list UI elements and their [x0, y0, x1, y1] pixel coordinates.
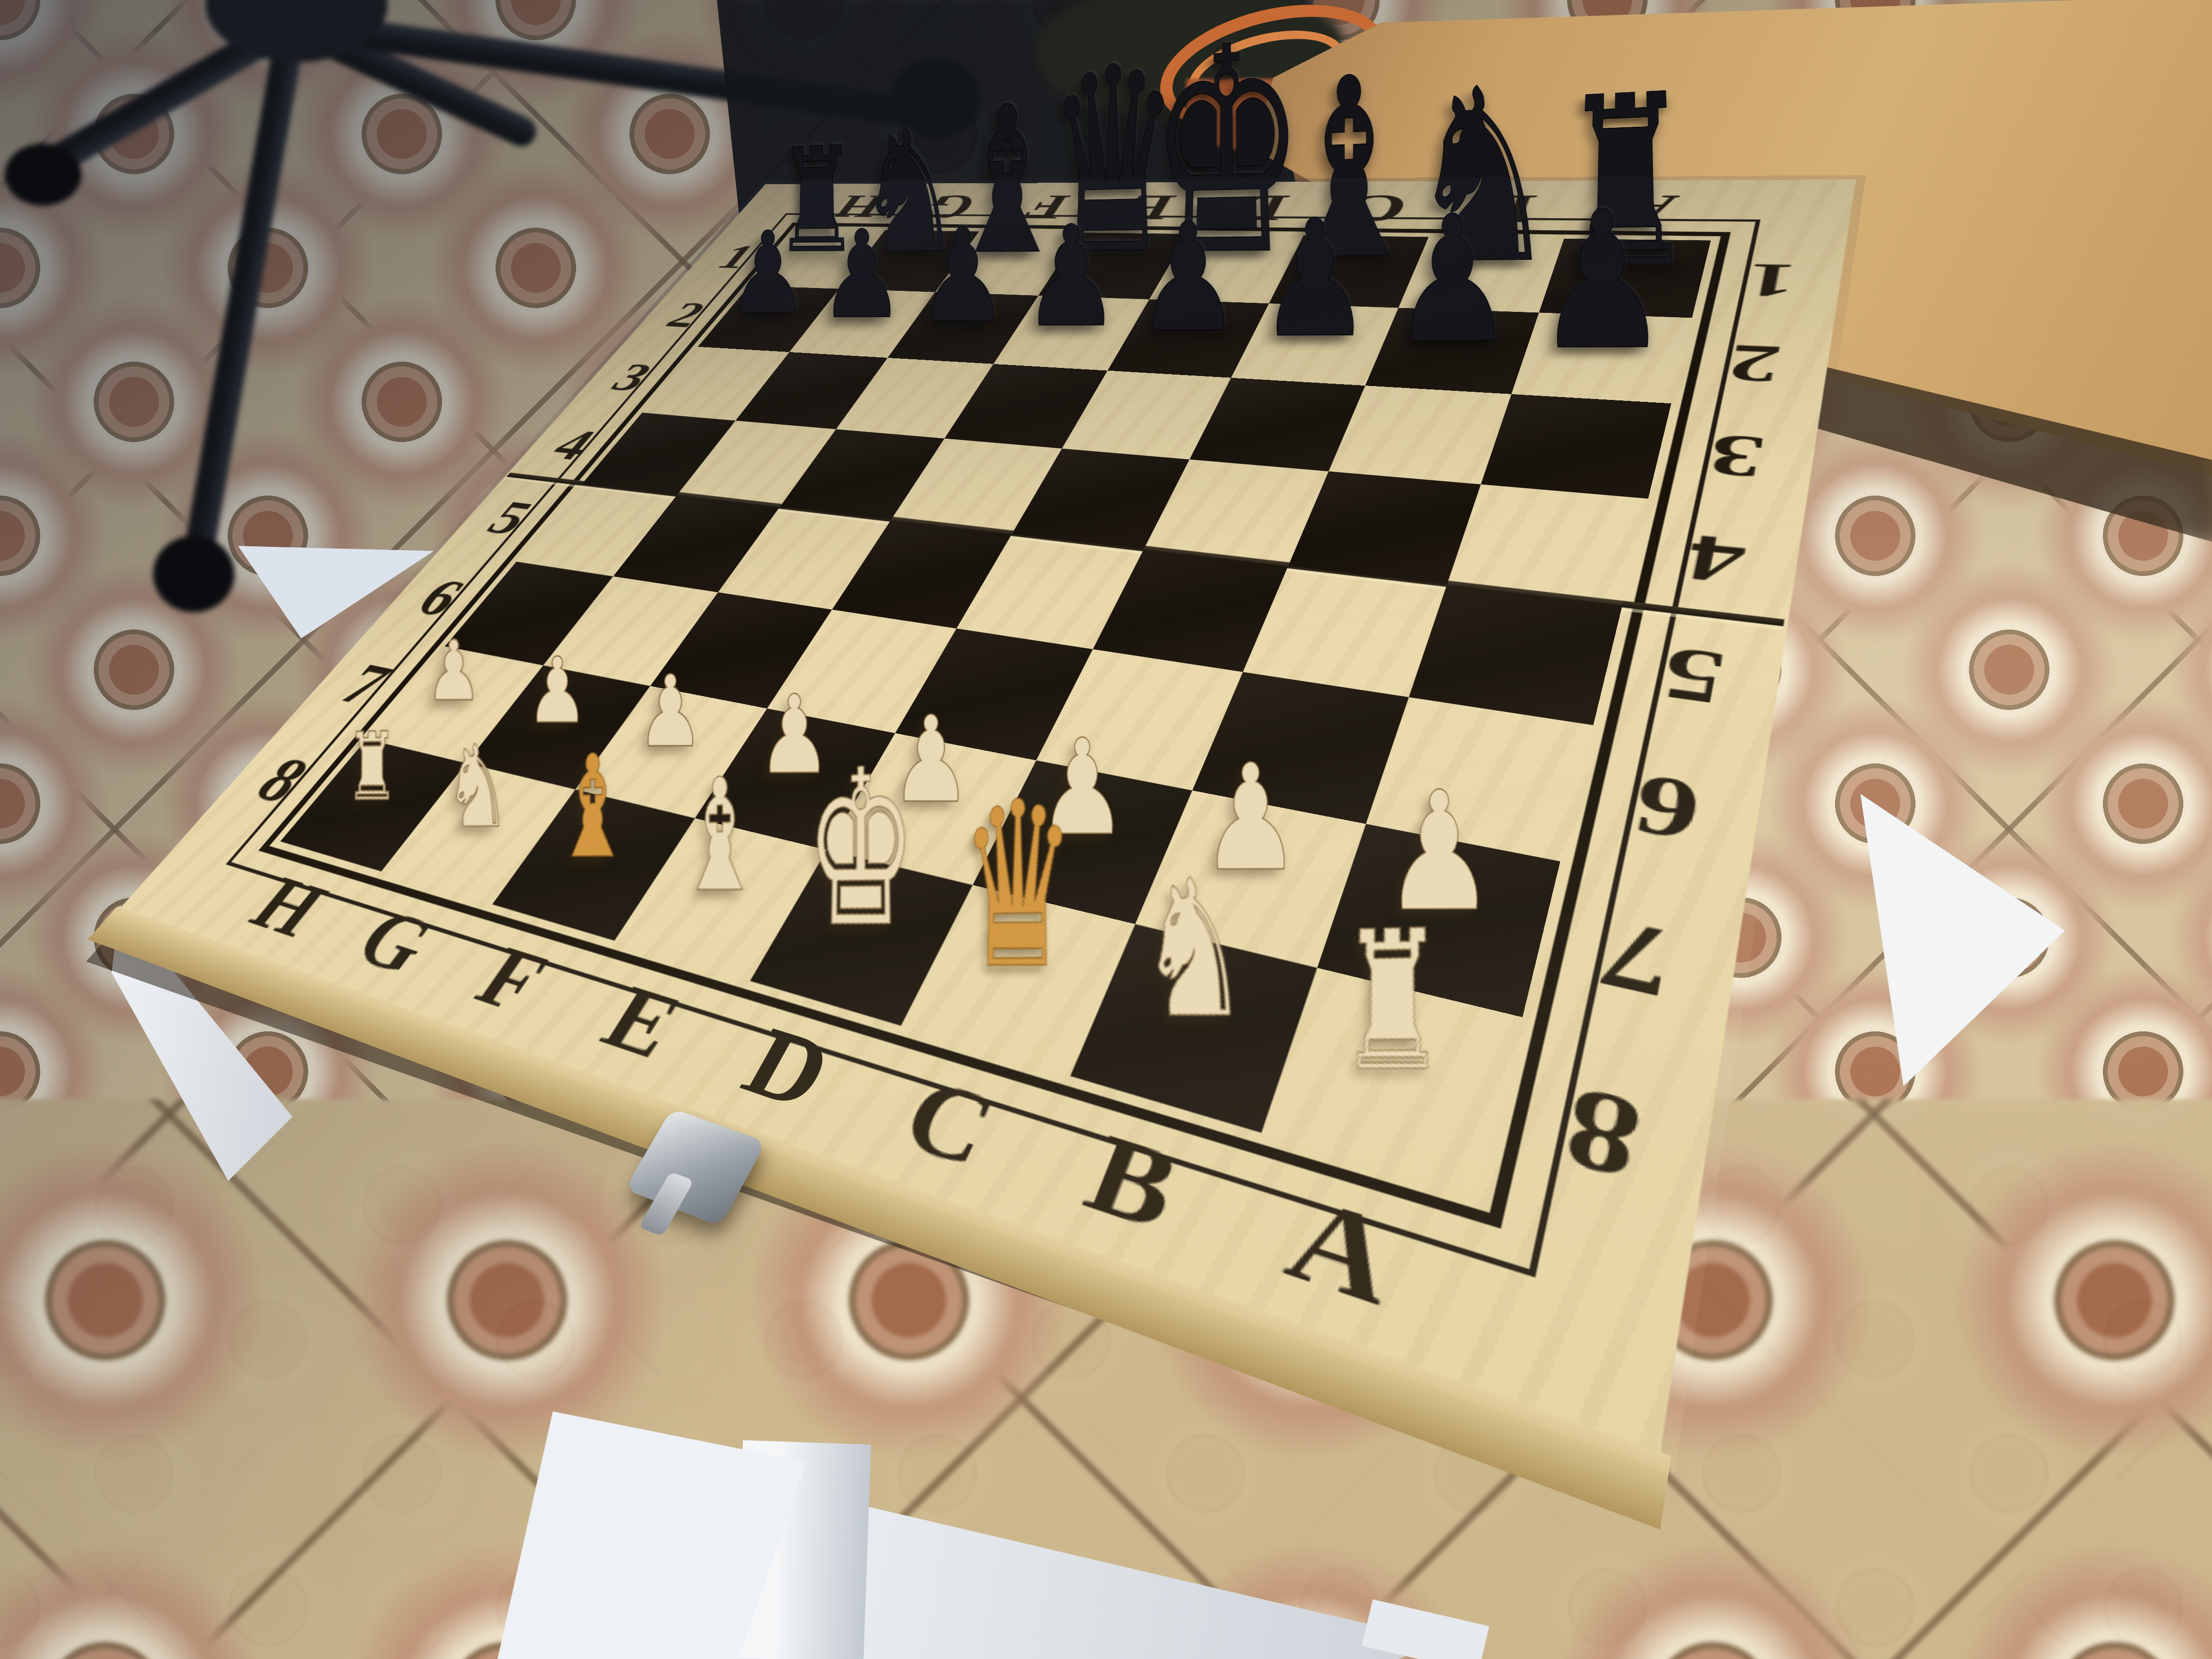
coordinate-label-G: G [337, 891, 453, 993]
square-a3[interactable] [1481, 394, 1671, 499]
square-a2[interactable]: ♟ [1511, 312, 1692, 403]
piece-white-knight-b8[interactable]: ♞ [1136, 859, 1251, 1041]
piece-black-pawn-g2[interactable]: ♟ [819, 217, 905, 333]
chair-caster-wheel [153, 536, 234, 612]
chair-leg [174, 22, 306, 611]
piece-white-pawn-g7[interactable]: ♟ [526, 647, 588, 734]
piece-black-pawn-d2[interactable]: ♟ [1135, 206, 1242, 351]
piece-white-rook-h8[interactable]: ♜ [345, 722, 398, 812]
square-a4[interactable] [1447, 484, 1648, 605]
square-b2[interactable]: ♟ [1365, 308, 1539, 394]
piece-black-pawn-h2[interactable]: ♟ [728, 219, 808, 328]
photo-scene: HGFEDCBA HGFEDCBA 12345678 12345678 ♜♞♝♛… [0, 0, 2212, 1659]
piece-black-pawn-c2[interactable]: ♟ [1257, 201, 1374, 358]
piece-black-pawn-e2[interactable]: ♟ [1021, 210, 1121, 345]
piece-black-pawn-f2[interactable]: ♟ [917, 214, 1009, 339]
piece-white-queen-c8[interactable]: ♛ [955, 777, 1082, 998]
piece-white-pawn-f7[interactable]: ♟ [637, 664, 704, 759]
piece-black-pawn-a2[interactable]: ♟ [1533, 189, 1672, 374]
piece-white-bishop-e8[interactable]: ♝ [676, 761, 764, 910]
chair-caster-wheel [5, 144, 81, 206]
piece-black-pawn-b2[interactable]: ♟ [1389, 196, 1516, 366]
piece-white-king-d8[interactable]: ♚ [801, 746, 920, 954]
piece-white-bishop-f8[interactable]: ♝ [553, 740, 632, 875]
piece-white-pawn-h7[interactable]: ♟ [425, 631, 482, 711]
piece-white-rook-a8[interactable]: ♜ [1336, 909, 1449, 1094]
coordinate-label-H: H [233, 859, 345, 954]
piece-white-knight-g8[interactable]: ♞ [443, 733, 511, 842]
